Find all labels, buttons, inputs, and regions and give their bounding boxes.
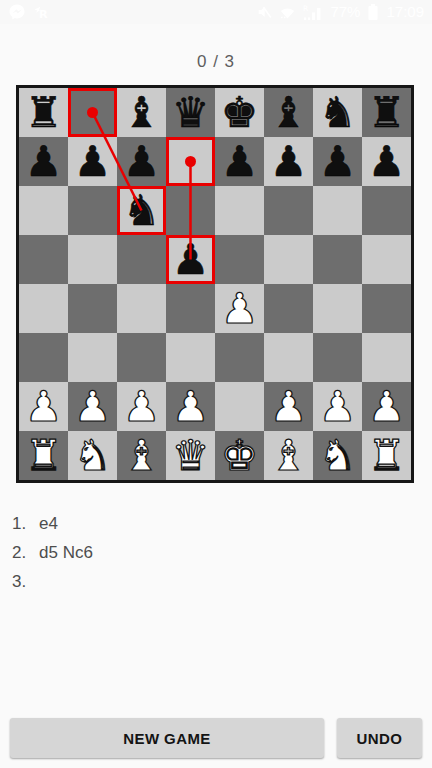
piece-black-pawn: ♟	[368, 137, 406, 186]
piece-black-pawn: ♟	[172, 235, 210, 284]
square-c3[interactable]	[117, 333, 166, 382]
square-a7[interactable]: ♟	[19, 137, 68, 186]
square-f2[interactable]: ♟	[264, 382, 313, 431]
square-f5[interactable]	[264, 235, 313, 284]
square-e2[interactable]	[215, 382, 264, 431]
piece-white-pawn: ♟	[368, 382, 406, 431]
square-e6[interactable]	[215, 186, 264, 235]
square-b7[interactable]: ♟	[68, 137, 117, 186]
signal-strength-icon: R	[303, 4, 323, 21]
svg-text:R: R	[39, 8, 48, 21]
square-a3[interactable]	[19, 333, 68, 382]
square-b2[interactable]: ♟	[68, 382, 117, 431]
new-game-button[interactable]: NEW GAME	[10, 718, 324, 758]
square-b1[interactable]: ♞	[68, 431, 117, 480]
piece-black-rook: ♜	[25, 88, 63, 137]
piece-black-pawn: ♟	[319, 137, 357, 186]
piece-white-rook: ♜	[25, 431, 63, 480]
square-h7[interactable]: ♟	[362, 137, 411, 186]
square-f6[interactable]	[264, 186, 313, 235]
piece-white-pawn: ♟	[25, 382, 63, 431]
piece-white-bishop: ♝	[123, 431, 161, 480]
square-f3[interactable]	[264, 333, 313, 382]
square-e5[interactable]	[215, 235, 264, 284]
wifi-icon	[279, 5, 296, 20]
square-f4[interactable]	[264, 284, 313, 333]
r-app-icon: R	[33, 3, 51, 21]
piece-white-queen: ♛	[172, 431, 210, 480]
piece-white-rook: ♜	[368, 431, 406, 480]
piece-black-pawn: ♟	[25, 137, 63, 186]
messenger-icon	[8, 3, 26, 21]
piece-black-pawn: ♟	[270, 137, 308, 186]
square-c6[interactable]: ♞	[117, 186, 166, 235]
piece-white-bishop: ♝	[270, 431, 308, 480]
piece-white-pawn: ♟	[270, 382, 308, 431]
square-d1[interactable]: ♛	[166, 431, 215, 480]
square-c1[interactable]: ♝	[117, 431, 166, 480]
square-a8[interactable]: ♜	[19, 88, 68, 137]
square-c8[interactable]: ♝	[117, 88, 166, 137]
move-list: 1. e4 2. d5 Nc6 3.	[12, 509, 93, 596]
square-g4[interactable]	[313, 284, 362, 333]
square-b6[interactable]	[68, 186, 117, 235]
move-row: 2. d5 Nc6	[12, 538, 93, 567]
move-number: 3.	[12, 567, 39, 596]
piece-white-knight: ♞	[319, 431, 357, 480]
piece-black-bishop: ♝	[270, 88, 308, 137]
square-a6[interactable]	[19, 186, 68, 235]
square-d4[interactable]	[166, 284, 215, 333]
square-h6[interactable]	[362, 186, 411, 235]
square-g3[interactable]	[313, 333, 362, 382]
piece-black-rook: ♜	[368, 88, 406, 137]
square-h2[interactable]: ♟	[362, 382, 411, 431]
piece-black-knight: ♞	[319, 88, 357, 137]
square-e8[interactable]: ♚	[215, 88, 264, 137]
square-e1[interactable]: ♚	[215, 431, 264, 480]
square-d8[interactable]: ♛	[166, 88, 215, 137]
square-f1[interactable]: ♝	[264, 431, 313, 480]
piece-black-pawn: ♟	[221, 137, 259, 186]
mute-icon	[256, 4, 272, 20]
square-g8[interactable]: ♞	[313, 88, 362, 137]
square-d5[interactable]: ♟	[166, 235, 215, 284]
square-e7[interactable]: ♟	[215, 137, 264, 186]
piece-black-king: ♚	[221, 88, 259, 137]
board-grid: ♜♝♛♚♝♞♜♟♟♟♟♟♟♟♞♟♟♟♟♟♟♟♟♟♜♞♝♛♚♝♞♜	[19, 88, 411, 480]
move-row: 3.	[12, 567, 93, 596]
move-number: 2.	[12, 538, 39, 567]
square-a1[interactable]: ♜	[19, 431, 68, 480]
square-d6[interactable]	[166, 186, 215, 235]
undo-button[interactable]: UNDO	[337, 718, 422, 758]
battery-icon	[367, 3, 379, 21]
roaming-letter: R	[303, 4, 308, 13]
move-text: e4	[39, 509, 58, 538]
move-row: 1. e4	[12, 509, 93, 538]
square-b8[interactable]	[68, 88, 117, 137]
piece-white-pawn: ♟	[221, 284, 259, 333]
screen: R R 77% 17:09 0 / 3 ♜♝♛♚♝♞♜♟♟♟♟♟♟♟♞♟♟♟♟♟…	[0, 0, 432, 768]
status-left: R	[8, 3, 51, 21]
chess-board[interactable]: ♜♝♛♚♝♞♜♟♟♟♟♟♟♟♞♟♟♟♟♟♟♟♟♟♜♞♝♛♚♝♞♜	[16, 85, 414, 483]
piece-white-king: ♚	[221, 431, 259, 480]
square-g7[interactable]: ♟	[313, 137, 362, 186]
square-c7[interactable]: ♟	[117, 137, 166, 186]
square-g2[interactable]: ♟	[313, 382, 362, 431]
square-h8[interactable]: ♜	[362, 88, 411, 137]
square-c4[interactable]	[117, 284, 166, 333]
square-e3[interactable]	[215, 333, 264, 382]
square-a2[interactable]: ♟	[19, 382, 68, 431]
piece-black-pawn: ♟	[123, 137, 161, 186]
piece-black-queen: ♛	[172, 88, 210, 137]
square-g6[interactable]	[313, 186, 362, 235]
square-d3[interactable]	[166, 333, 215, 382]
square-b5[interactable]	[68, 235, 117, 284]
square-b3[interactable]	[68, 333, 117, 382]
piece-white-pawn: ♟	[74, 382, 112, 431]
move-counter: 0 / 3	[0, 52, 432, 72]
square-g1[interactable]: ♞	[313, 431, 362, 480]
piece-white-pawn: ♟	[172, 382, 210, 431]
square-c5[interactable]	[117, 235, 166, 284]
square-b4[interactable]	[68, 284, 117, 333]
square-g5[interactable]	[313, 235, 362, 284]
square-h3[interactable]	[362, 333, 411, 382]
piece-white-knight: ♞	[74, 431, 112, 480]
piece-white-pawn: ♟	[319, 382, 357, 431]
square-d2[interactable]: ♟	[166, 382, 215, 431]
piece-black-bishop: ♝	[123, 88, 161, 137]
square-d7[interactable]	[166, 137, 215, 186]
square-e4[interactable]: ♟	[215, 284, 264, 333]
status-right: R 77% 17:09	[256, 0, 424, 24]
piece-white-pawn: ♟	[123, 382, 161, 431]
square-f8[interactable]: ♝	[264, 88, 313, 137]
square-h4[interactable]	[362, 284, 411, 333]
clock: 17:09	[386, 0, 424, 24]
move-number: 1.	[12, 509, 39, 538]
square-c2[interactable]: ♟	[117, 382, 166, 431]
square-a4[interactable]	[19, 284, 68, 333]
battery-percent: 77%	[330, 0, 360, 24]
square-h1[interactable]: ♜	[362, 431, 411, 480]
square-a5[interactable]	[19, 235, 68, 284]
move-text: d5 Nc6	[39, 538, 93, 567]
square-h5[interactable]	[362, 235, 411, 284]
piece-black-knight: ♞	[123, 186, 161, 235]
status-bar: R R 77% 17:09	[0, 0, 432, 24]
square-f7[interactable]: ♟	[264, 137, 313, 186]
piece-black-pawn: ♟	[74, 137, 112, 186]
